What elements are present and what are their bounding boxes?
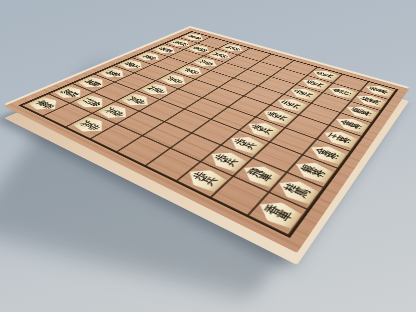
piece-kanji-label: 金 将 bbox=[141, 54, 158, 60]
piece-kanji-label: 玉 将 bbox=[124, 62, 142, 69]
piece-kanji-label: 銀 将 bbox=[158, 47, 174, 53]
piece-kanji-label: 歩 兵 bbox=[191, 171, 218, 187]
piece-kanji-label: 歩 兵 bbox=[147, 86, 167, 94]
piece-kanji-label: 歩 兵 bbox=[198, 60, 216, 67]
piece-kanji-label: 歩 兵 bbox=[104, 107, 126, 117]
piece-kanji-label: 銀 将 bbox=[83, 79, 102, 87]
piece-kanji-label: 歩 兵 bbox=[213, 153, 239, 167]
piece-kanji-label: 香 車 bbox=[187, 35, 202, 40]
piece-kanji-label: 歩 兵 bbox=[165, 76, 184, 84]
piece-kanji-label: 歩 兵 bbox=[79, 120, 102, 131]
piece-kanji-label: 歩 兵 bbox=[233, 138, 257, 150]
photo-scene: 香 車歩 兵歩 兵香 車桂 馬飛 車歩 兵歩 兵角 行桂 馬銀 将歩 兵歩 兵銀… bbox=[0, 0, 416, 312]
piece-kanji-label: 桂 馬 bbox=[173, 41, 189, 46]
piece-kanji-label: 角 行 bbox=[81, 98, 102, 107]
piece-kanji-label: 歩 兵 bbox=[182, 68, 200, 75]
piece-kanji-label: 桂 馬 bbox=[60, 89, 80, 98]
piece-kanji-label: 金 将 bbox=[104, 70, 122, 77]
piece-kanji-label: 歩 兵 bbox=[127, 96, 148, 105]
piece-kanji-label: 歩 兵 bbox=[212, 52, 229, 58]
piece-kanji-label: 飛 車 bbox=[192, 46, 208, 52]
piece-kanji-label: 香 車 bbox=[35, 100, 56, 110]
